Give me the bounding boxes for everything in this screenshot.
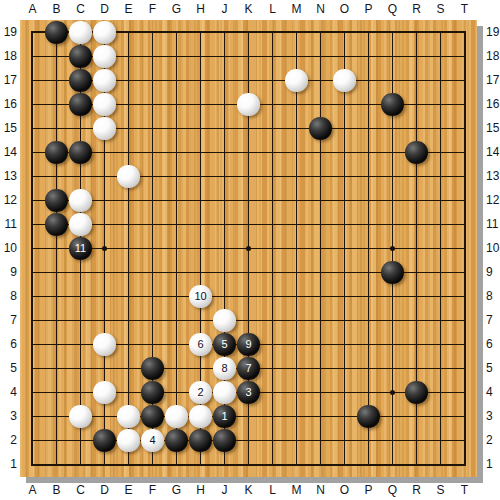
- black-stone-j6: 5: [213, 333, 236, 356]
- coord-left-9: 9: [0, 264, 17, 281]
- black-stone-f3: [141, 405, 164, 428]
- coord-left-4: 4: [0, 384, 17, 401]
- black-stone-g2: [165, 429, 188, 452]
- black-stone-j2: [213, 429, 236, 452]
- black-stone-c18: [69, 45, 92, 68]
- white-stone-c12: [69, 189, 92, 212]
- move-number-8: 8: [221, 363, 227, 374]
- white-stone-d16: [93, 93, 116, 116]
- coord-bottom-g: G: [167, 482, 187, 499]
- coord-left-18: 18: [0, 48, 17, 65]
- coord-right-2: 2: [486, 432, 500, 449]
- white-stone-j7: [213, 309, 236, 332]
- coord-top-m: M: [287, 1, 307, 18]
- coord-left-12: 12: [0, 192, 17, 209]
- move-number-5: 5: [221, 339, 227, 350]
- coord-bottom-k: K: [239, 482, 259, 499]
- move-number-3: 3: [245, 387, 251, 398]
- coord-left-7: 7: [0, 312, 17, 329]
- black-stone-c10: 11: [69, 237, 92, 260]
- black-stone-c14: [69, 141, 92, 164]
- go-diagram-page: 1110659872314 AABBCCDDEEFFGGHHJJKKLLMMNN…: [0, 0, 500, 500]
- coord-left-15: 15: [0, 120, 17, 137]
- coord-bottom-q: Q: [383, 482, 403, 499]
- coord-left-6: 6: [0, 336, 17, 353]
- coord-right-14: 14: [486, 144, 500, 161]
- coord-bottom-o: O: [335, 482, 355, 499]
- white-stone-g3: [165, 405, 188, 428]
- black-stone-c16: [69, 93, 92, 116]
- coord-right-10: 10: [486, 240, 500, 257]
- white-stone-e2: [117, 429, 140, 452]
- white-stone-c11: [69, 213, 92, 236]
- coord-top-t: T: [455, 1, 475, 18]
- coord-right-8: 8: [486, 288, 500, 305]
- white-stone-m17: [285, 69, 308, 92]
- coord-bottom-p: P: [359, 482, 379, 499]
- coord-bottom-e: E: [119, 482, 139, 499]
- coord-right-15: 15: [486, 120, 500, 137]
- coord-right-12: 12: [486, 192, 500, 209]
- white-stone-j5: 8: [213, 357, 236, 380]
- black-stone-c17: [69, 69, 92, 92]
- coord-right-4: 4: [486, 384, 500, 401]
- star-point-q4: [390, 390, 395, 395]
- coord-left-14: 14: [0, 144, 17, 161]
- black-stone-f5: [141, 357, 164, 380]
- white-stone-h3: [189, 405, 212, 428]
- coord-top-q: Q: [383, 1, 403, 18]
- coord-top-r: R: [407, 1, 427, 18]
- coord-left-2: 2: [0, 432, 17, 449]
- move-number-9: 9: [245, 339, 251, 350]
- coord-top-d: D: [95, 1, 115, 18]
- black-stone-b11: [45, 213, 68, 236]
- white-stone-f2: 4: [141, 429, 164, 452]
- coord-bottom-m: M: [287, 482, 307, 499]
- star-point-q10: [390, 246, 395, 251]
- coord-left-5: 5: [0, 360, 17, 377]
- white-stone-c19: [69, 21, 92, 44]
- white-stone-h8: 10: [189, 285, 212, 308]
- white-stone-h6: 6: [189, 333, 212, 356]
- coord-top-o: O: [335, 1, 355, 18]
- coord-bottom-r: R: [407, 482, 427, 499]
- black-stone-p3: [357, 405, 380, 428]
- coord-top-c: C: [71, 1, 91, 18]
- black-stone-k4: 3: [237, 381, 260, 404]
- black-stone-d2: [93, 429, 116, 452]
- coord-left-16: 16: [0, 96, 17, 113]
- coord-right-16: 16: [486, 96, 500, 113]
- white-stone-j4: [213, 381, 236, 404]
- white-stone-d15: [93, 117, 116, 140]
- coord-bottom-d: D: [95, 482, 115, 499]
- coord-right-11: 11: [486, 216, 500, 233]
- coord-top-h: H: [191, 1, 211, 18]
- black-stone-r4: [405, 381, 428, 404]
- white-stone-e3: [117, 405, 140, 428]
- black-stone-b14: [45, 141, 68, 164]
- move-number-4: 4: [149, 435, 155, 446]
- coord-top-s: S: [431, 1, 451, 18]
- coord-right-6: 6: [486, 336, 500, 353]
- go-board[interactable]: 1110659872314: [20, 20, 477, 477]
- coord-left-10: 10: [0, 240, 17, 257]
- move-number-7: 7: [245, 363, 251, 374]
- coord-right-3: 3: [486, 408, 500, 425]
- black-stone-j3: 1: [213, 405, 236, 428]
- coord-bottom-t: T: [455, 482, 475, 499]
- board-drop-shadow-right: [477, 26, 483, 483]
- white-stone-k16: [237, 93, 260, 116]
- star-point-d10: [102, 246, 107, 251]
- move-number-11: 11: [75, 243, 86, 254]
- white-stone-h4: 2: [189, 381, 212, 404]
- coord-left-1: 1: [0, 456, 17, 473]
- white-stone-d18: [93, 45, 116, 68]
- coord-bottom-b: B: [47, 482, 67, 499]
- coord-right-1: 1: [486, 456, 500, 473]
- move-number-6: 6: [197, 339, 203, 350]
- white-stone-c3: [69, 405, 92, 428]
- coord-top-p: P: [359, 1, 379, 18]
- coord-top-a: A: [23, 1, 43, 18]
- white-stone-o17: [333, 69, 356, 92]
- coord-right-5: 5: [486, 360, 500, 377]
- coord-left-11: 11: [0, 216, 17, 233]
- coord-right-19: 19: [486, 24, 500, 41]
- coord-right-7: 7: [486, 312, 500, 329]
- coord-bottom-l: L: [263, 482, 283, 499]
- coord-bottom-a: A: [23, 482, 43, 499]
- coord-right-17: 17: [486, 72, 500, 89]
- coord-bottom-j: J: [215, 482, 235, 499]
- black-stone-b19: [45, 21, 68, 44]
- move-number-2: 2: [197, 387, 203, 398]
- coord-left-17: 17: [0, 72, 17, 89]
- coord-top-b: B: [47, 1, 67, 18]
- black-stone-k6: 9: [237, 333, 260, 356]
- coord-right-9: 9: [486, 264, 500, 281]
- white-stone-d4: [93, 381, 116, 404]
- black-stone-q16: [381, 93, 404, 116]
- move-number-10: 10: [194, 291, 206, 302]
- coord-top-e: E: [119, 1, 139, 18]
- black-stone-k5: 7: [237, 357, 260, 380]
- coord-top-l: L: [263, 1, 283, 18]
- white-stone-d19: [93, 21, 116, 44]
- coord-right-13: 13: [486, 168, 500, 185]
- coord-left-19: 19: [0, 24, 17, 41]
- black-stone-r14: [405, 141, 428, 164]
- coord-right-18: 18: [486, 48, 500, 65]
- coord-bottom-f: F: [143, 482, 163, 499]
- black-stone-h2: [189, 429, 212, 452]
- black-stone-f4: [141, 381, 164, 404]
- coord-bottom-s: S: [431, 482, 451, 499]
- white-stone-e13: [117, 165, 140, 188]
- coord-top-k: K: [239, 1, 259, 18]
- black-stone-b12: [45, 189, 68, 212]
- coord-top-j: J: [215, 1, 235, 18]
- white-stone-d6: [93, 333, 116, 356]
- star-point-k10: [246, 246, 251, 251]
- coord-bottom-c: C: [71, 482, 91, 499]
- coord-left-3: 3: [0, 408, 17, 425]
- white-stone-d17: [93, 69, 116, 92]
- black-stone-q9: [381, 261, 404, 284]
- coord-left-8: 8: [0, 288, 17, 305]
- move-number-1: 1: [221, 411, 227, 422]
- coord-top-n: N: [311, 1, 331, 18]
- coord-top-f: F: [143, 1, 163, 18]
- coord-bottom-n: N: [311, 482, 331, 499]
- coord-bottom-h: H: [191, 482, 211, 499]
- black-stone-n15: [309, 117, 332, 140]
- coord-left-13: 13: [0, 168, 17, 185]
- coord-top-g: G: [167, 1, 187, 18]
